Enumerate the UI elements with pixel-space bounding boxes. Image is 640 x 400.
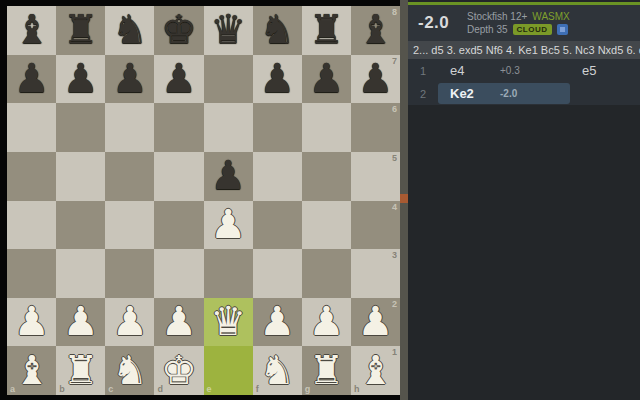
square-h6[interactable]: 6 [351, 103, 400, 152]
square-c3[interactable] [105, 249, 154, 298]
black-knight[interactable]: ♞ [259, 9, 295, 49]
engine-info: Stockfish 12+ WASMX Depth 35 CLOUD [467, 11, 570, 35]
square-h1[interactable]: ♝1h [351, 346, 400, 395]
white-pawn[interactable]: ♟ [161, 301, 197, 341]
white-pawn[interactable]: ♟ [358, 301, 394, 341]
square-b1[interactable]: ♜b [56, 346, 105, 395]
white-bishop[interactable]: ♝ [358, 350, 394, 390]
file-label-f: f [256, 385, 259, 394]
white-move-cell[interactable]: Ke2-2.0 [438, 83, 570, 104]
square-f2[interactable]: ♟ [253, 298, 302, 347]
white-knight[interactable]: ♞ [112, 350, 148, 390]
file-label-c: c [108, 385, 113, 394]
engine-depth: Depth 35 [467, 24, 508, 35]
black-bishop[interactable]: ♝ [358, 9, 394, 49]
rank-label-6: 6 [392, 105, 397, 114]
square-a8[interactable]: ♝ [7, 6, 56, 55]
file-label-e: e [207, 385, 212, 394]
square-a5[interactable] [7, 152, 56, 201]
info-icon[interactable] [557, 24, 568, 35]
square-g7[interactable]: ♟ [302, 55, 351, 104]
white-king[interactable]: ♚ [161, 350, 197, 390]
black-pawn[interactable]: ♟ [259, 58, 295, 98]
engine-tech-label: WASMX [532, 11, 569, 22]
white-pawn[interactable]: ♟ [259, 301, 295, 341]
engine-pv-line[interactable]: 2... d5 3. exd5 Nf6 4. Ke1 Bc5 5. Nc3 Nx… [408, 41, 640, 59]
square-h2[interactable]: ♟2 [351, 298, 400, 347]
white-move[interactable]: Ke2 [450, 86, 500, 101]
square-a2[interactable]: ♟ [7, 298, 56, 347]
square-e5[interactable]: ♟ [204, 152, 253, 201]
square-c4[interactable] [105, 201, 154, 250]
engine-name: Stockfish 12+ [467, 11, 527, 22]
square-e2[interactable]: ♛ [204, 298, 253, 347]
file-label-h: h [354, 385, 360, 394]
square-b2[interactable]: ♟ [56, 298, 105, 347]
square-h7[interactable]: ♟7 [351, 55, 400, 104]
square-b5[interactable] [56, 152, 105, 201]
square-c8[interactable]: ♞ [105, 6, 154, 55]
white-move[interactable]: e4 [450, 63, 500, 78]
square-b6[interactable] [56, 103, 105, 152]
square-h3[interactable]: 3 [351, 249, 400, 298]
rank-label-7: 7 [392, 57, 397, 66]
square-e4[interactable]: ♟ [204, 201, 253, 250]
white-knight[interactable]: ♞ [259, 350, 295, 390]
move-number: 2 [408, 88, 438, 100]
square-g6[interactable] [302, 103, 351, 152]
square-c6[interactable] [105, 103, 154, 152]
analysis-window: ♝♜♞♚♛♞♜♝8♟♟♟♟♟♟♟76♟5♟43♟♟♟♟♛♟♟♟2♝a♜b♞c♚d… [0, 0, 640, 400]
file-label-b: b [59, 385, 65, 394]
square-e6[interactable] [204, 103, 253, 152]
square-a4[interactable] [7, 201, 56, 250]
square-f5[interactable] [253, 152, 302, 201]
black-rook[interactable]: ♜ [308, 9, 344, 49]
white-rook[interactable]: ♜ [63, 350, 99, 390]
square-f1[interactable]: ♞f [253, 346, 302, 395]
move-row-2: 2Ke2-2.0 [408, 82, 640, 105]
analysis-panel: -2.0 Stockfish 12+ WASMX Depth 35 CLOUD … [408, 0, 640, 400]
square-c1[interactable]: ♞c [105, 346, 154, 395]
black-pawn[interactable]: ♟ [112, 58, 148, 98]
square-b7[interactable]: ♟ [56, 55, 105, 104]
move-list: 1e4+0.3e52Ke2-2.0 [408, 59, 640, 105]
engine-eval: -2.0 [408, 13, 467, 33]
black-king[interactable]: ♚ [161, 9, 197, 49]
white-pawn[interactable]: ♟ [63, 301, 99, 341]
square-e3[interactable] [204, 249, 253, 298]
black-pawn[interactable]: ♟ [210, 155, 246, 195]
square-d6[interactable] [154, 103, 203, 152]
square-b4[interactable] [56, 201, 105, 250]
square-e8[interactable]: ♛ [204, 6, 253, 55]
rank-label-5: 5 [392, 154, 397, 163]
white-pawn[interactable]: ♟ [14, 301, 50, 341]
chess-board[interactable]: ♝♜♞♚♛♞♜♝8♟♟♟♟♟♟♟76♟5♟43♟♟♟♟♛♟♟♟2♝a♜b♞c♚d… [7, 6, 400, 395]
square-h4[interactable]: 4 [351, 201, 400, 250]
move-number: 1 [408, 65, 438, 77]
engine-header: -2.0 Stockfish 12+ WASMX Depth 35 CLOUD [408, 5, 640, 41]
square-d5[interactable] [154, 152, 203, 201]
white-queen[interactable]: ♛ [210, 301, 246, 341]
black-pawn[interactable]: ♟ [63, 58, 99, 98]
square-c2[interactable]: ♟ [105, 298, 154, 347]
square-b3[interactable] [56, 249, 105, 298]
square-g3[interactable] [302, 249, 351, 298]
square-f4[interactable] [253, 201, 302, 250]
file-label-a: a [10, 385, 15, 394]
white-pawn[interactable]: ♟ [210, 204, 246, 244]
white-pawn[interactable]: ♟ [308, 301, 344, 341]
square-g2[interactable]: ♟ [302, 298, 351, 347]
square-a7[interactable]: ♟ [7, 55, 56, 104]
square-c5[interactable] [105, 152, 154, 201]
move-row-1: 1e4+0.3e5 [408, 59, 640, 82]
black-knight[interactable]: ♞ [112, 9, 148, 49]
rank-label-8: 8 [392, 8, 397, 17]
black-bishop[interactable]: ♝ [14, 9, 50, 49]
file-label-d: d [157, 385, 163, 394]
square-d7[interactable]: ♟ [154, 55, 203, 104]
square-c7[interactable]: ♟ [105, 55, 154, 104]
square-f8[interactable]: ♞ [253, 6, 302, 55]
rank-label-4: 4 [392, 203, 397, 212]
square-g4[interactable] [302, 201, 351, 250]
white-bishop[interactable]: ♝ [14, 350, 50, 390]
square-d3[interactable] [154, 249, 203, 298]
rank-label-2: 2 [392, 300, 397, 309]
file-label-g: g [305, 385, 311, 394]
square-g8[interactable]: ♜ [302, 6, 351, 55]
square-a3[interactable] [7, 249, 56, 298]
cloud-badge: CLOUD [513, 24, 552, 35]
square-b8[interactable]: ♜ [56, 6, 105, 55]
eval-gauge [400, 0, 408, 400]
square-a1[interactable]: ♝a [7, 346, 56, 395]
white-move-cell[interactable]: e4+0.3 [438, 60, 570, 81]
square-e7[interactable] [204, 55, 253, 104]
square-d4[interactable] [154, 201, 203, 250]
black-move[interactable]: e5 [570, 63, 596, 78]
square-e1[interactable]: e [204, 346, 253, 395]
square-g1[interactable]: ♜g [302, 346, 351, 395]
square-d8[interactable]: ♚ [154, 6, 203, 55]
white-rook[interactable]: ♜ [308, 350, 344, 390]
black-queen[interactable]: ♛ [210, 9, 246, 49]
black-rook[interactable]: ♜ [63, 9, 99, 49]
square-g5[interactable] [302, 152, 351, 201]
square-d2[interactable]: ♟ [154, 298, 203, 347]
square-f3[interactable] [253, 249, 302, 298]
rank-label-1: 1 [392, 348, 397, 357]
move-eval: -2.0 [500, 88, 517, 99]
square-d1[interactable]: ♚d [154, 346, 203, 395]
square-a6[interactable] [7, 103, 56, 152]
square-f6[interactable] [253, 103, 302, 152]
black-pawn[interactable]: ♟ [14, 58, 50, 98]
eval-gauge-tick [400, 194, 408, 203]
square-h5[interactable]: 5 [351, 152, 400, 201]
move-eval: +0.3 [500, 65, 520, 76]
black-pawn[interactable]: ♟ [358, 58, 394, 98]
rank-label-3: 3 [392, 251, 397, 260]
square-h8[interactable]: ♝8 [351, 6, 400, 55]
white-pawn[interactable]: ♟ [112, 301, 148, 341]
black-pawn[interactable]: ♟ [161, 58, 197, 98]
black-pawn[interactable]: ♟ [308, 58, 344, 98]
square-f7[interactable]: ♟ [253, 55, 302, 104]
